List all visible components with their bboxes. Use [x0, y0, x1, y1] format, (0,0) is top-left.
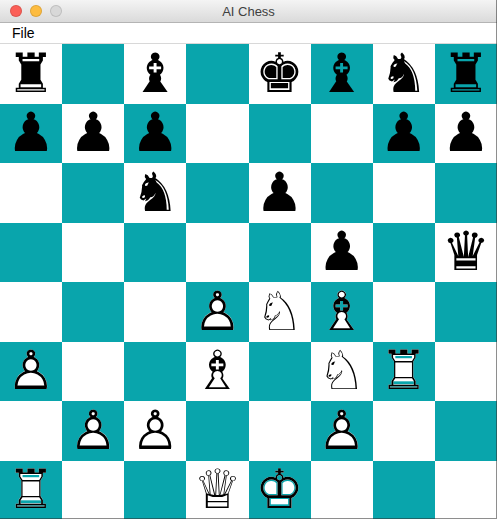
square-a4[interactable]	[0, 282, 62, 342]
window-title: AI Chess	[0, 4, 497, 19]
square-h4[interactable]	[435, 282, 497, 342]
square-e4[interactable]: ♞♘	[249, 282, 311, 342]
square-g1[interactable]	[373, 461, 435, 519]
white-king: ♚♔	[255, 461, 303, 519]
square-c8[interactable]: ♝	[124, 44, 186, 104]
square-g2[interactable]	[373, 401, 435, 461]
white-pawn: ♟♙	[69, 402, 117, 460]
black-pawn: ♟	[380, 104, 428, 162]
square-a7[interactable]: ♟	[0, 104, 62, 164]
black-rook: ♜	[7, 45, 55, 103]
square-f3[interactable]: ♞♘	[311, 342, 373, 402]
square-c3[interactable]	[124, 342, 186, 402]
square-f6[interactable]	[311, 163, 373, 223]
black-pawn: ♟	[442, 104, 490, 162]
square-d5[interactable]	[186, 223, 248, 283]
white-bishop: ♝♗	[317, 283, 365, 341]
square-g6[interactable]	[373, 163, 435, 223]
square-b5[interactable]	[62, 223, 124, 283]
white-knight: ♞♘	[317, 342, 365, 400]
black-king: ♚	[255, 45, 303, 103]
square-g4[interactable]	[373, 282, 435, 342]
square-d4[interactable]: ♟♙	[186, 282, 248, 342]
title-bar: AI Chess	[0, 0, 497, 23]
black-pawn: ♟	[317, 223, 365, 281]
square-e7[interactable]	[249, 104, 311, 164]
square-a5[interactable]	[0, 223, 62, 283]
square-f4[interactable]: ♝♗	[311, 282, 373, 342]
square-f8[interactable]: ♝	[311, 44, 373, 104]
square-b1[interactable]	[62, 461, 124, 519]
white-knight: ♞♘	[255, 283, 303, 341]
white-pawn: ♟♙	[131, 402, 179, 460]
square-d7[interactable]	[186, 104, 248, 164]
chess-board: ♜♝♚♝♞♜♟♟♟♟♟♞♟♟♛♟♙♞♘♝♗♟♙♝♗♞♘♜♖♟♙♟♙♟♙♜♖♛♕♚…	[0, 44, 497, 519]
square-c7[interactable]: ♟	[124, 104, 186, 164]
square-g7[interactable]: ♟	[373, 104, 435, 164]
square-e2[interactable]	[249, 401, 311, 461]
black-bishop: ♝	[317, 45, 365, 103]
square-g8[interactable]: ♞	[373, 44, 435, 104]
square-h1[interactable]	[435, 461, 497, 519]
square-c4[interactable]	[124, 282, 186, 342]
square-c6[interactable]: ♞	[124, 163, 186, 223]
menu-item-file[interactable]: File	[8, 25, 39, 41]
white-queen: ♛♕	[193, 461, 241, 519]
square-b3[interactable]	[62, 342, 124, 402]
square-h6[interactable]	[435, 163, 497, 223]
square-d6[interactable]	[186, 163, 248, 223]
square-g3[interactable]: ♜♖	[373, 342, 435, 402]
square-c5[interactable]	[124, 223, 186, 283]
menu-bar: File	[0, 23, 497, 44]
square-b6[interactable]	[62, 163, 124, 223]
square-c1[interactable]	[124, 461, 186, 519]
square-h8[interactable]: ♜	[435, 44, 497, 104]
square-a6[interactable]	[0, 163, 62, 223]
square-f2[interactable]: ♟♙	[311, 401, 373, 461]
square-e3[interactable]	[249, 342, 311, 402]
square-h5[interactable]: ♛	[435, 223, 497, 283]
white-pawn: ♟♙	[193, 283, 241, 341]
black-knight: ♞	[380, 45, 428, 103]
white-rook: ♜♖	[380, 342, 428, 400]
app-window: AI Chess File ♜♝♚♝♞♜♟♟♟♟♟♞♟♟♛♟♙♞♘♝♗♟♙♝♗♞…	[0, 0, 497, 519]
square-b2[interactable]: ♟♙	[62, 401, 124, 461]
black-bishop: ♝	[131, 45, 179, 103]
black-knight: ♞	[131, 164, 179, 222]
square-e1[interactable]: ♚♔	[249, 461, 311, 519]
square-d3[interactable]: ♝♗	[186, 342, 248, 402]
square-c2[interactable]: ♟♙	[124, 401, 186, 461]
square-b4[interactable]	[62, 282, 124, 342]
square-g5[interactable]	[373, 223, 435, 283]
square-a2[interactable]	[0, 401, 62, 461]
square-f1[interactable]	[311, 461, 373, 519]
white-rook: ♜♖	[7, 461, 55, 519]
square-e5[interactable]	[249, 223, 311, 283]
black-pawn: ♟	[131, 104, 179, 162]
black-pawn: ♟	[255, 164, 303, 222]
square-e6[interactable]: ♟	[249, 163, 311, 223]
black-queen: ♛	[442, 223, 490, 281]
square-d2[interactable]	[186, 401, 248, 461]
white-pawn: ♟♙	[7, 342, 55, 400]
black-pawn: ♟	[7, 104, 55, 162]
square-b7[interactable]: ♟	[62, 104, 124, 164]
black-pawn: ♟	[69, 104, 117, 162]
square-d1[interactable]: ♛♕	[186, 461, 248, 519]
square-d8[interactable]	[186, 44, 248, 104]
square-h3[interactable]	[435, 342, 497, 402]
square-a8[interactable]: ♜	[0, 44, 62, 104]
white-bishop: ♝♗	[193, 342, 241, 400]
black-rook: ♜	[442, 45, 490, 103]
square-f5[interactable]: ♟	[311, 223, 373, 283]
square-a3[interactable]: ♟♙	[0, 342, 62, 402]
white-pawn: ♟♙	[317, 402, 365, 460]
square-f7[interactable]	[311, 104, 373, 164]
square-h2[interactable]	[435, 401, 497, 461]
square-b8[interactable]	[62, 44, 124, 104]
square-a1[interactable]: ♜♖	[0, 461, 62, 519]
square-h7[interactable]: ♟	[435, 104, 497, 164]
square-e8[interactable]: ♚	[249, 44, 311, 104]
